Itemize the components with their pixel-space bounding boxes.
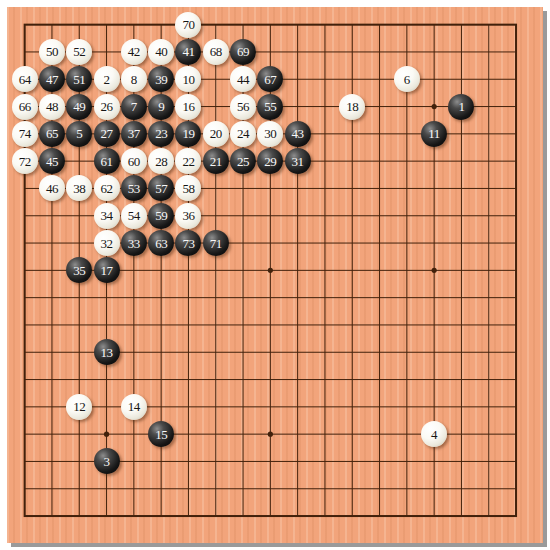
intersection[interactable]: 72 xyxy=(11,147,38,174)
intersection[interactable] xyxy=(257,420,284,447)
intersection[interactable]: 63 xyxy=(147,229,174,256)
intersection[interactable] xyxy=(175,339,202,366)
intersection[interactable] xyxy=(420,93,447,120)
intersection[interactable]: 43 xyxy=(284,120,311,147)
intersection[interactable] xyxy=(66,339,93,366)
intersection[interactable] xyxy=(229,311,256,338)
intersection[interactable] xyxy=(311,475,338,502)
intersection[interactable]: 54 xyxy=(120,202,147,229)
intersection[interactable] xyxy=(257,38,284,65)
intersection[interactable]: 18 xyxy=(339,93,366,120)
intersection[interactable]: 39 xyxy=(147,66,174,93)
intersection[interactable] xyxy=(448,38,475,65)
intersection[interactable] xyxy=(284,175,311,202)
intersection[interactable] xyxy=(93,311,120,338)
intersection[interactable] xyxy=(448,420,475,447)
intersection[interactable]: 40 xyxy=(147,38,174,65)
intersection[interactable] xyxy=(66,202,93,229)
intersection[interactable] xyxy=(66,311,93,338)
intersection[interactable] xyxy=(311,229,338,256)
intersection[interactable] xyxy=(147,257,174,284)
intersection[interactable] xyxy=(229,257,256,284)
intersection[interactable] xyxy=(120,284,147,311)
intersection[interactable]: 23 xyxy=(147,120,174,147)
intersection[interactable] xyxy=(366,93,393,120)
intersection[interactable] xyxy=(120,257,147,284)
intersection[interactable] xyxy=(475,93,502,120)
intersection[interactable]: 49 xyxy=(66,93,93,120)
intersection[interactable] xyxy=(339,11,366,38)
intersection[interactable] xyxy=(175,311,202,338)
intersection[interactable] xyxy=(502,311,529,338)
intersection[interactable]: 56 xyxy=(229,93,256,120)
intersection[interactable] xyxy=(393,284,420,311)
intersection[interactable] xyxy=(284,448,311,475)
intersection[interactable] xyxy=(393,202,420,229)
intersection[interactable] xyxy=(38,448,65,475)
intersection[interactable] xyxy=(11,38,38,65)
intersection[interactable]: 32 xyxy=(93,229,120,256)
intersection[interactable] xyxy=(448,175,475,202)
intersection[interactable]: 62 xyxy=(93,175,120,202)
intersection[interactable] xyxy=(284,311,311,338)
intersection[interactable] xyxy=(420,257,447,284)
intersection[interactable] xyxy=(66,11,93,38)
intersection[interactable] xyxy=(11,420,38,447)
intersection[interactable] xyxy=(147,311,174,338)
intersection[interactable] xyxy=(448,448,475,475)
intersection[interactable] xyxy=(393,475,420,502)
intersection[interactable] xyxy=(393,93,420,120)
intersection[interactable] xyxy=(202,11,229,38)
intersection[interactable] xyxy=(393,147,420,174)
intersection[interactable] xyxy=(366,66,393,93)
intersection[interactable]: 59 xyxy=(147,202,174,229)
intersection[interactable] xyxy=(311,311,338,338)
intersection[interactable] xyxy=(502,257,529,284)
intersection[interactable]: 74 xyxy=(11,120,38,147)
intersection[interactable]: 16 xyxy=(175,93,202,120)
intersection[interactable]: 28 xyxy=(147,147,174,174)
intersection[interactable] xyxy=(502,420,529,447)
intersection[interactable]: 52 xyxy=(66,38,93,65)
intersection[interactable] xyxy=(175,366,202,393)
intersection[interactable] xyxy=(502,66,529,93)
intersection[interactable] xyxy=(202,448,229,475)
intersection[interactable] xyxy=(502,202,529,229)
intersection[interactable] xyxy=(284,93,311,120)
intersection[interactable]: 25 xyxy=(229,147,256,174)
intersection[interactable]: 9 xyxy=(147,93,174,120)
intersection[interactable] xyxy=(284,475,311,502)
intersection[interactable] xyxy=(502,393,529,420)
intersection[interactable] xyxy=(502,120,529,147)
intersection[interactable] xyxy=(66,475,93,502)
intersection[interactable] xyxy=(11,175,38,202)
intersection[interactable] xyxy=(202,339,229,366)
intersection[interactable] xyxy=(420,147,447,174)
intersection[interactable]: 36 xyxy=(175,202,202,229)
intersection[interactable] xyxy=(120,11,147,38)
intersection[interactable]: 15 xyxy=(147,420,174,447)
intersection[interactable] xyxy=(11,448,38,475)
intersection[interactable] xyxy=(284,366,311,393)
intersection[interactable] xyxy=(339,120,366,147)
intersection[interactable] xyxy=(420,339,447,366)
intersection[interactable] xyxy=(147,284,174,311)
intersection[interactable] xyxy=(448,339,475,366)
intersection[interactable] xyxy=(284,38,311,65)
intersection[interactable] xyxy=(448,475,475,502)
intersection[interactable] xyxy=(339,229,366,256)
intersection[interactable]: 70 xyxy=(175,11,202,38)
intersection[interactable]: 10 xyxy=(175,66,202,93)
intersection[interactable] xyxy=(147,366,174,393)
intersection[interactable] xyxy=(393,502,420,529)
intersection[interactable] xyxy=(475,257,502,284)
intersection[interactable] xyxy=(11,366,38,393)
intersection[interactable] xyxy=(420,11,447,38)
intersection[interactable] xyxy=(311,93,338,120)
intersection[interactable] xyxy=(11,229,38,256)
intersection[interactable] xyxy=(502,502,529,529)
intersection[interactable] xyxy=(229,202,256,229)
intersection[interactable] xyxy=(420,475,447,502)
intersection[interactable] xyxy=(366,38,393,65)
intersection[interactable] xyxy=(339,475,366,502)
intersection[interactable] xyxy=(420,311,447,338)
intersection[interactable]: 55 xyxy=(257,93,284,120)
intersection[interactable] xyxy=(475,147,502,174)
intersection[interactable]: 37 xyxy=(120,120,147,147)
intersection[interactable] xyxy=(229,475,256,502)
intersection[interactable] xyxy=(311,366,338,393)
intersection[interactable] xyxy=(420,175,447,202)
intersection[interactable]: 17 xyxy=(93,257,120,284)
intersection[interactable] xyxy=(93,420,120,447)
intersection[interactable] xyxy=(448,120,475,147)
intersection[interactable] xyxy=(257,284,284,311)
intersection[interactable]: 31 xyxy=(284,147,311,174)
intersection[interactable]: 33 xyxy=(120,229,147,256)
intersection[interactable] xyxy=(311,120,338,147)
intersection[interactable] xyxy=(38,257,65,284)
intersection[interactable] xyxy=(257,11,284,38)
intersection[interactable] xyxy=(175,420,202,447)
intersection[interactable] xyxy=(147,393,174,420)
intersection[interactable] xyxy=(502,229,529,256)
intersection[interactable] xyxy=(366,502,393,529)
intersection[interactable] xyxy=(175,475,202,502)
intersection[interactable]: 69 xyxy=(229,38,256,65)
intersection[interactable] xyxy=(175,257,202,284)
intersection[interactable] xyxy=(175,284,202,311)
intersection[interactable]: 61 xyxy=(93,147,120,174)
intersection[interactable]: 12 xyxy=(66,393,93,420)
intersection[interactable] xyxy=(393,393,420,420)
intersection[interactable]: 21 xyxy=(202,147,229,174)
intersection[interactable] xyxy=(257,339,284,366)
intersection[interactable] xyxy=(448,11,475,38)
intersection[interactable]: 47 xyxy=(38,66,65,93)
intersection[interactable] xyxy=(202,284,229,311)
intersection[interactable] xyxy=(257,229,284,256)
intersection[interactable] xyxy=(257,475,284,502)
intersection[interactable] xyxy=(502,11,529,38)
intersection[interactable] xyxy=(120,311,147,338)
intersection[interactable] xyxy=(257,202,284,229)
intersection[interactable] xyxy=(229,11,256,38)
intersection[interactable] xyxy=(448,257,475,284)
intersection[interactable] xyxy=(38,366,65,393)
intersection[interactable]: 5 xyxy=(66,120,93,147)
intersection[interactable] xyxy=(120,366,147,393)
intersection[interactable] xyxy=(11,284,38,311)
intersection[interactable] xyxy=(366,147,393,174)
intersection[interactable] xyxy=(366,175,393,202)
intersection[interactable] xyxy=(339,311,366,338)
intersection[interactable]: 34 xyxy=(93,202,120,229)
intersection[interactable] xyxy=(147,475,174,502)
intersection[interactable] xyxy=(147,339,174,366)
intersection[interactable]: 38 xyxy=(66,175,93,202)
intersection[interactable] xyxy=(38,502,65,529)
intersection[interactable] xyxy=(339,366,366,393)
intersection[interactable] xyxy=(202,420,229,447)
intersection[interactable]: 2 xyxy=(93,66,120,93)
intersection[interactable] xyxy=(257,175,284,202)
intersection[interactable] xyxy=(257,393,284,420)
intersection[interactable] xyxy=(448,311,475,338)
intersection[interactable] xyxy=(366,311,393,338)
intersection[interactable] xyxy=(393,38,420,65)
intersection[interactable] xyxy=(420,393,447,420)
intersection[interactable] xyxy=(502,366,529,393)
intersection[interactable] xyxy=(420,38,447,65)
intersection[interactable] xyxy=(393,448,420,475)
intersection[interactable] xyxy=(366,202,393,229)
intersection[interactable] xyxy=(38,284,65,311)
intersection[interactable]: 41 xyxy=(175,38,202,65)
intersection[interactable] xyxy=(120,502,147,529)
intersection[interactable]: 71 xyxy=(202,229,229,256)
intersection[interactable] xyxy=(284,420,311,447)
intersection[interactable] xyxy=(11,339,38,366)
intersection[interactable] xyxy=(11,475,38,502)
intersection[interactable] xyxy=(284,339,311,366)
intersection[interactable] xyxy=(448,202,475,229)
intersection[interactable] xyxy=(147,502,174,529)
intersection[interactable] xyxy=(393,11,420,38)
intersection[interactable]: 45 xyxy=(38,147,65,174)
intersection[interactable] xyxy=(66,502,93,529)
intersection[interactable] xyxy=(93,366,120,393)
intersection[interactable] xyxy=(475,120,502,147)
intersection[interactable]: 57 xyxy=(147,175,174,202)
intersection[interactable] xyxy=(175,448,202,475)
intersection[interactable] xyxy=(11,11,38,38)
intersection[interactable] xyxy=(420,66,447,93)
intersection[interactable]: 51 xyxy=(66,66,93,93)
intersection[interactable]: 27 xyxy=(93,120,120,147)
intersection[interactable] xyxy=(339,147,366,174)
intersection[interactable]: 14 xyxy=(120,393,147,420)
intersection[interactable] xyxy=(475,475,502,502)
intersection[interactable] xyxy=(502,475,529,502)
intersection[interactable] xyxy=(475,339,502,366)
intersection[interactable] xyxy=(284,202,311,229)
intersection[interactable]: 4 xyxy=(420,420,447,447)
intersection[interactable] xyxy=(311,420,338,447)
intersection[interactable] xyxy=(66,147,93,174)
intersection[interactable] xyxy=(284,284,311,311)
intersection[interactable]: 30 xyxy=(257,120,284,147)
intersection[interactable] xyxy=(311,175,338,202)
intersection[interactable] xyxy=(93,502,120,529)
intersection[interactable] xyxy=(366,229,393,256)
intersection[interactable] xyxy=(448,147,475,174)
intersection[interactable]: 46 xyxy=(38,175,65,202)
intersection[interactable] xyxy=(38,229,65,256)
intersection[interactable]: 29 xyxy=(257,147,284,174)
intersection[interactable]: 48 xyxy=(38,93,65,120)
intersection[interactable] xyxy=(475,11,502,38)
intersection[interactable] xyxy=(393,339,420,366)
intersection[interactable]: 73 xyxy=(175,229,202,256)
intersection[interactable] xyxy=(339,175,366,202)
intersection[interactable] xyxy=(229,502,256,529)
intersection[interactable] xyxy=(339,420,366,447)
intersection[interactable] xyxy=(366,339,393,366)
intersection[interactable]: 44 xyxy=(229,66,256,93)
intersection[interactable] xyxy=(38,202,65,229)
intersection[interactable] xyxy=(202,311,229,338)
intersection[interactable]: 7 xyxy=(120,93,147,120)
intersection[interactable] xyxy=(393,366,420,393)
intersection[interactable] xyxy=(366,120,393,147)
intersection[interactable]: 6 xyxy=(393,66,420,93)
intersection[interactable] xyxy=(448,366,475,393)
intersection[interactable]: 1 xyxy=(448,93,475,120)
intersection[interactable] xyxy=(420,202,447,229)
intersection[interactable]: 65 xyxy=(38,120,65,147)
intersection[interactable] xyxy=(202,175,229,202)
intersection[interactable] xyxy=(284,11,311,38)
intersection[interactable] xyxy=(11,502,38,529)
intersection[interactable] xyxy=(448,502,475,529)
intersection[interactable] xyxy=(339,393,366,420)
intersection[interactable] xyxy=(202,202,229,229)
intersection[interactable] xyxy=(502,38,529,65)
intersection[interactable] xyxy=(366,366,393,393)
intersection[interactable] xyxy=(502,284,529,311)
intersection[interactable] xyxy=(202,366,229,393)
intersection[interactable] xyxy=(202,475,229,502)
intersection[interactable] xyxy=(66,284,93,311)
intersection[interactable] xyxy=(229,284,256,311)
intersection[interactable] xyxy=(11,393,38,420)
intersection[interactable] xyxy=(229,393,256,420)
intersection[interactable]: 3 xyxy=(93,448,120,475)
intersection[interactable] xyxy=(475,229,502,256)
intersection[interactable] xyxy=(93,284,120,311)
intersection[interactable] xyxy=(229,175,256,202)
intersection[interactable] xyxy=(202,502,229,529)
intersection[interactable]: 11 xyxy=(420,120,447,147)
intersection[interactable] xyxy=(339,448,366,475)
intersection[interactable] xyxy=(448,229,475,256)
intersection[interactable] xyxy=(475,311,502,338)
intersection[interactable] xyxy=(339,38,366,65)
intersection[interactable] xyxy=(475,284,502,311)
intersection[interactable] xyxy=(339,284,366,311)
intersection[interactable] xyxy=(284,229,311,256)
intersection[interactable] xyxy=(202,257,229,284)
intersection[interactable] xyxy=(366,420,393,447)
intersection[interactable] xyxy=(284,66,311,93)
intersection[interactable] xyxy=(38,339,65,366)
intersection[interactable] xyxy=(393,175,420,202)
intersection[interactable] xyxy=(284,393,311,420)
intersection[interactable] xyxy=(311,393,338,420)
intersection[interactable] xyxy=(420,448,447,475)
intersection[interactable] xyxy=(339,502,366,529)
intersection[interactable] xyxy=(257,311,284,338)
intersection[interactable]: 42 xyxy=(120,38,147,65)
intersection[interactable]: 20 xyxy=(202,120,229,147)
intersection[interactable] xyxy=(393,120,420,147)
intersection[interactable] xyxy=(93,11,120,38)
intersection[interactable] xyxy=(284,257,311,284)
intersection[interactable] xyxy=(11,257,38,284)
intersection[interactable] xyxy=(93,475,120,502)
intersection[interactable] xyxy=(393,311,420,338)
intersection[interactable] xyxy=(229,339,256,366)
intersection[interactable] xyxy=(120,475,147,502)
intersection[interactable]: 13 xyxy=(93,339,120,366)
intersection[interactable]: 66 xyxy=(11,93,38,120)
intersection[interactable] xyxy=(257,257,284,284)
intersection[interactable] xyxy=(502,448,529,475)
intersection[interactable] xyxy=(502,93,529,120)
intersection[interactable] xyxy=(66,420,93,447)
intersection[interactable] xyxy=(393,257,420,284)
intersection[interactable]: 35 xyxy=(66,257,93,284)
intersection[interactable]: 68 xyxy=(202,38,229,65)
intersection[interactable] xyxy=(448,284,475,311)
intersection[interactable] xyxy=(475,448,502,475)
intersection[interactable] xyxy=(257,448,284,475)
intersection[interactable] xyxy=(475,393,502,420)
intersection[interactable] xyxy=(311,284,338,311)
intersection[interactable] xyxy=(311,66,338,93)
intersection[interactable] xyxy=(257,366,284,393)
intersection[interactable] xyxy=(475,66,502,93)
intersection[interactable]: 60 xyxy=(120,147,147,174)
intersection[interactable]: 58 xyxy=(175,175,202,202)
intersection[interactable]: 24 xyxy=(229,120,256,147)
intersection[interactable] xyxy=(120,420,147,447)
intersection[interactable] xyxy=(11,311,38,338)
intersection[interactable] xyxy=(366,475,393,502)
intersection[interactable]: 8 xyxy=(120,66,147,93)
intersection[interactable]: 22 xyxy=(175,147,202,174)
intersection[interactable]: 19 xyxy=(175,120,202,147)
intersection[interactable] xyxy=(229,448,256,475)
intersection[interactable] xyxy=(393,420,420,447)
intersection[interactable] xyxy=(420,284,447,311)
intersection[interactable] xyxy=(66,448,93,475)
